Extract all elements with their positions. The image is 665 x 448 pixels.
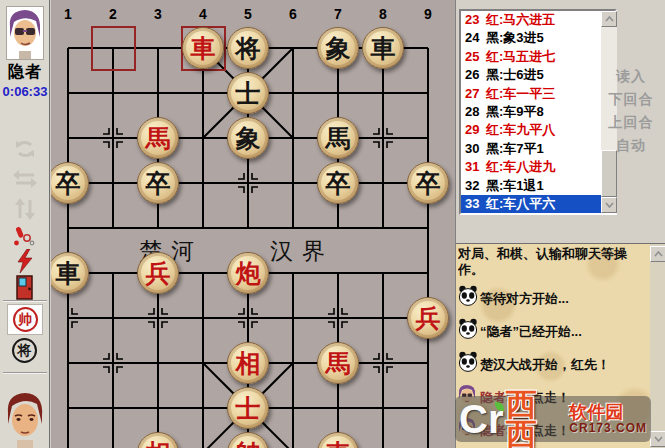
xiangqi-app-window: 隐者 0:06:33 bbox=[0, 0, 665, 448]
red-side-button[interactable]: 帅 bbox=[7, 304, 43, 335]
piece-black-卒[interactable]: 卒 bbox=[137, 162, 179, 204]
swap-sides-button[interactable] bbox=[0, 168, 50, 194]
chat-scrollbar[interactable] bbox=[650, 244, 665, 448]
swap-arrows-icon bbox=[12, 168, 38, 194]
chat-message: 隐者>:快点走！ bbox=[458, 417, 648, 443]
black-general-glyph: 将 bbox=[18, 342, 32, 360]
piece-black-将[interactable]: 将 bbox=[227, 27, 269, 69]
undo-redo-button[interactable] bbox=[0, 198, 50, 224]
chat-message-text: 楚汉大战开始，红先！ bbox=[480, 357, 610, 372]
panda-icon bbox=[458, 318, 480, 344]
auto-button[interactable]: 自动 bbox=[601, 137, 661, 153]
player-avatar bbox=[4, 390, 46, 448]
chat-message: 隐者>:快点走！ bbox=[458, 384, 648, 410]
opponent-avatar bbox=[6, 6, 44, 60]
user-icon bbox=[458, 384, 480, 410]
piece-red-馬[interactable]: 馬 bbox=[317, 342, 359, 384]
chat-panel: 对局、和棋、认输和聊天等操作。 等待对方开始... “隐者”已经开始... bbox=[456, 243, 665, 448]
right-panel: 23红:马六进五24黑:象3进525红:马五进七26黑:士6进527红:车一平三… bbox=[455, 0, 665, 448]
move-list-row[interactable]: 33红:车八平六 bbox=[461, 195, 601, 213]
opponent-name: 隐者 bbox=[0, 62, 50, 83]
piece-black-象[interactable]: 象 bbox=[227, 117, 269, 159]
move-list-row[interactable]: 24黑:象3进5 bbox=[461, 29, 601, 47]
river-label-right: 汉界 bbox=[270, 236, 334, 267]
chat-message-text: 隐者>:快点走！ bbox=[480, 423, 570, 438]
move-list-row[interactable]: 27红:车一平三 bbox=[461, 85, 601, 103]
piece-red-士[interactable]: 士 bbox=[227, 387, 269, 429]
piece-black-卒[interactable]: 卒 bbox=[317, 162, 359, 204]
move-list-row[interactable]: 30黑:车7平1 bbox=[461, 140, 601, 158]
column-label: 9 bbox=[418, 6, 438, 22]
piece-black-士[interactable]: 士 bbox=[227, 72, 269, 114]
piece-red-兵[interactable]: 兵 bbox=[137, 252, 179, 294]
piece-red-相[interactable]: 相 bbox=[227, 342, 269, 384]
move-list-row[interactable]: 23红:马六进五 bbox=[461, 11, 601, 29]
column-label: 8 bbox=[373, 6, 393, 22]
piece-black-馬[interactable]: 馬 bbox=[317, 117, 359, 159]
piece-black-象[interactable]: 象 bbox=[317, 27, 359, 69]
piece-red-兵[interactable]: 兵 bbox=[407, 297, 449, 339]
divider bbox=[3, 372, 47, 374]
chat-scroll-up-button[interactable] bbox=[650, 246, 665, 262]
xiangqi-board[interactable]: 123456789 楚河 汉界 車将象車士馬象馬卒卒卒卒車兵炮兵相馬士相帥車 bbox=[51, 0, 455, 448]
chat-message-text: 等待对方开始... bbox=[480, 291, 569, 306]
opponent-clock: 0:06:33 bbox=[0, 84, 50, 99]
next-round-button[interactable]: 下回合 bbox=[601, 91, 661, 107]
column-label: 7 bbox=[328, 6, 348, 22]
panda-icon bbox=[458, 285, 480, 311]
chat-message-text: “隐者”已经开始... bbox=[480, 324, 582, 339]
restart-icon bbox=[13, 137, 37, 165]
scroll-up-button[interactable] bbox=[601, 11, 617, 27]
move-list-row[interactable]: 26黑:士6进5 bbox=[461, 66, 601, 84]
panda-icon bbox=[458, 351, 480, 377]
load-button[interactable]: 读入 bbox=[601, 68, 661, 84]
up-down-arrows-icon bbox=[14, 197, 36, 225]
move-list-row[interactable]: 31红:车八进九 bbox=[461, 158, 601, 176]
chat-intro-text: 对局、和棋、认输和聊天等操作。 bbox=[458, 246, 648, 278]
column-label: 3 bbox=[148, 6, 168, 22]
column-label: 2 bbox=[103, 6, 123, 22]
black-side-button[interactable]: 将 bbox=[12, 338, 37, 363]
red-general-glyph: 帅 bbox=[13, 307, 38, 332]
move-list-row[interactable]: 25红:马五进七 bbox=[461, 48, 601, 66]
column-label: 4 bbox=[193, 6, 213, 22]
chat-scroll-down-button[interactable] bbox=[650, 431, 665, 447]
piece-black-車[interactable]: 車 bbox=[362, 27, 404, 69]
user-icon bbox=[458, 417, 480, 443]
force-move-button[interactable] bbox=[0, 250, 50, 276]
prev-round-button[interactable]: 上回合 bbox=[601, 114, 661, 130]
piece-red-炮[interactable]: 炮 bbox=[227, 252, 269, 294]
exit-button[interactable] bbox=[0, 276, 50, 302]
column-label: 5 bbox=[238, 6, 258, 22]
piece-black-卒[interactable]: 卒 bbox=[407, 162, 449, 204]
move-list-row[interactable]: 32黑:车1退1 bbox=[461, 177, 601, 195]
chat-message-text: 隐者>:快点走！ bbox=[480, 390, 570, 405]
control-menu: 读入 下回合 上回合 自动 bbox=[601, 68, 661, 160]
left-sidebar: 隐者 0:06:33 bbox=[0, 0, 50, 448]
move-list-row[interactable]: 29红:车九平八 bbox=[461, 121, 601, 139]
last-move-from-square bbox=[91, 26, 136, 71]
lightning-icon bbox=[16, 249, 34, 277]
move-list[interactable]: 23红:马六进五24黑:象3进525红:马五进七26黑:士6进527红:车一平三… bbox=[459, 9, 617, 215]
column-label: 6 bbox=[283, 6, 303, 22]
restart-button[interactable] bbox=[0, 138, 50, 164]
piece-red-馬[interactable]: 馬 bbox=[137, 117, 179, 159]
chat-message: “隐者”已经开始... bbox=[458, 318, 648, 344]
move-list-row[interactable]: 28黑:车9平8 bbox=[461, 103, 601, 121]
chat-message: 楚汉大战开始，红先！ bbox=[458, 351, 648, 377]
divider bbox=[3, 300, 47, 302]
piece-red-車[interactable]: 車 bbox=[182, 27, 224, 69]
scroll-down-button[interactable] bbox=[601, 197, 617, 213]
chat-message: 等待对方开始... bbox=[458, 285, 648, 311]
column-label: 1 bbox=[58, 6, 78, 22]
